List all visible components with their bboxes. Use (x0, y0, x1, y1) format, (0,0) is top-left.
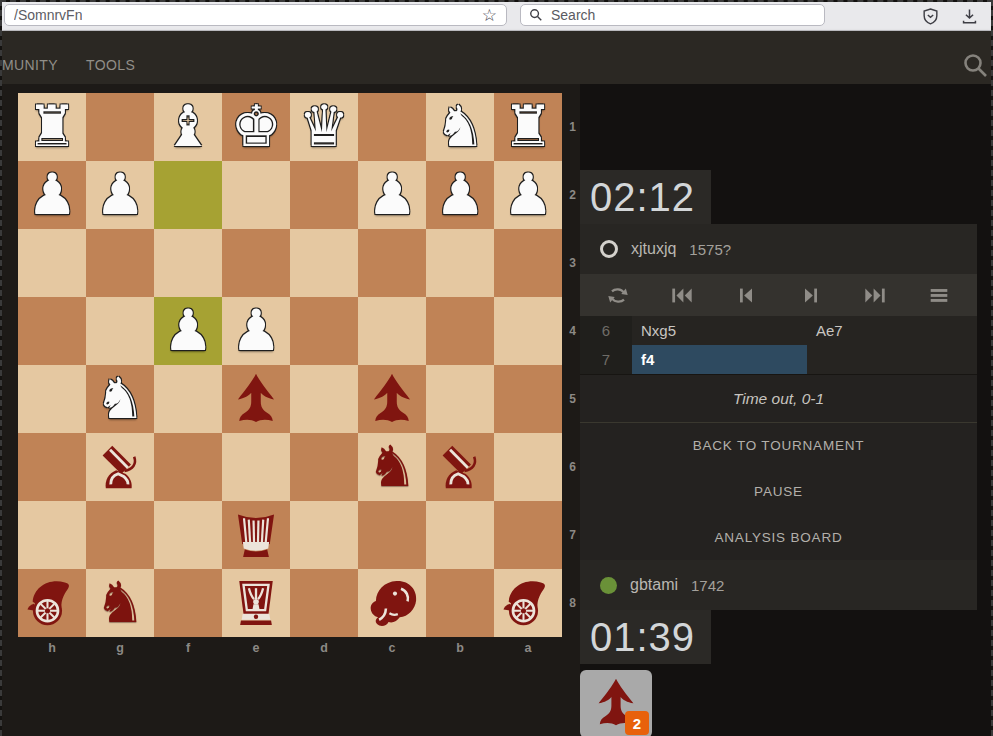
square-f1[interactable]: ♝ (154, 93, 222, 161)
back-to-tournament-button[interactable]: BACK TO TOURNAMENT (580, 423, 977, 469)
file-label-e: e (222, 640, 290, 657)
square-e1[interactable]: ♚ (222, 93, 290, 161)
url-text: /SomnrvFn (14, 7, 82, 23)
menu-icon[interactable] (927, 286, 951, 305)
nav-item-tools[interactable]: TOOLS (86, 57, 135, 73)
square-e2[interactable] (222, 161, 290, 229)
file-label-g: g (86, 640, 154, 657)
search-placeholder: Search (551, 7, 595, 23)
square-f5[interactable] (154, 365, 222, 433)
square-a8[interactable] (494, 569, 562, 637)
square-h1[interactable]: ♜ (18, 93, 86, 161)
file-label-b: b (426, 640, 494, 657)
square-f6[interactable] (154, 433, 222, 501)
move-cell-7-black (807, 345, 977, 374)
player-name-bottom[interactable]: gbtami (630, 576, 678, 594)
chess-board: ♜♝♚♛♞♜♟♟♟♟♟♟♟♞♞♞ (18, 93, 562, 637)
square-f3[interactable] (154, 229, 222, 297)
piece-red-horse[interactable]: ♞ (86, 569, 154, 636)
search-input[interactable]: Search (520, 4, 825, 26)
app-window: /SomnrvFn ☆ Search MUNITY TOOLS (0, 0, 993, 736)
site-search-icon[interactable] (961, 51, 989, 79)
step-forward-icon[interactable] (799, 286, 823, 305)
game-status: Time out, 0-1 (580, 374, 977, 422)
piece-white-pawn[interactable]: ♟ (86, 161, 154, 228)
step-back-icon[interactable] (734, 286, 758, 305)
player-color-icon-white (600, 240, 618, 258)
url-bar[interactable]: /SomnrvFn ☆ (4, 4, 507, 26)
flip-board-icon[interactable] (606, 286, 630, 305)
square-a1[interactable]: ♜ (494, 93, 562, 161)
square-d7[interactable] (290, 501, 358, 569)
file-label-h: h (18, 640, 86, 657)
square-b1[interactable]: ♞ (426, 93, 494, 161)
square-d1[interactable]: ♛ (290, 93, 358, 161)
square-a6[interactable] (494, 433, 562, 501)
square-g1[interactable] (86, 93, 154, 161)
square-a2[interactable]: ♟ (494, 161, 562, 229)
square-c7[interactable] (358, 501, 426, 569)
square-g4[interactable] (86, 297, 154, 365)
square-b2[interactable]: ♟ (426, 161, 494, 229)
piece-white-king[interactable]: ♚ (222, 93, 290, 160)
piece-red-soldier[interactable] (227, 370, 285, 428)
square-e8[interactable] (222, 569, 290, 637)
square-g5[interactable]: ♞ (86, 365, 154, 433)
site-navbar: MUNITY TOOLS (2, 31, 991, 84)
move-list: 6Nxg5Ae77f4 (580, 316, 977, 374)
square-h5[interactable] (18, 365, 86, 433)
square-g2[interactable]: ♟ (86, 161, 154, 229)
piece-white-bishop[interactable]: ♝ (154, 93, 222, 160)
square-d3[interactable] (290, 229, 358, 297)
square-a4[interactable] (494, 297, 562, 365)
square-e5[interactable] (222, 365, 290, 433)
skip-to-end-icon[interactable] (863, 286, 887, 305)
square-a7[interactable] (494, 501, 562, 569)
square-d6[interactable] (290, 433, 358, 501)
square-h8[interactable] (18, 569, 86, 637)
piece-red-advisor[interactable] (227, 506, 285, 564)
game-status-text: Time out, 0-1 (733, 390, 824, 408)
square-g3[interactable] (86, 229, 154, 297)
move-controls (580, 274, 977, 316)
square-a3[interactable] (494, 229, 562, 297)
square-e6[interactable] (222, 433, 290, 501)
square-b4[interactable] (426, 297, 494, 365)
square-f2[interactable] (154, 161, 222, 229)
move-cell-7-white[interactable]: f4 (632, 345, 807, 374)
piece-red-soldier[interactable] (363, 370, 421, 428)
clock-bottom: 01:39 (580, 610, 711, 664)
rank-label-5: 5 (564, 365, 581, 433)
square-c2[interactable]: ♟ (358, 161, 426, 229)
player-online-icon-green (600, 577, 617, 594)
square-h3[interactable] (18, 229, 86, 297)
clock-bottom-time: 01:39 (590, 615, 695, 660)
piece-red-king[interactable] (227, 574, 285, 632)
move-number: 6 (580, 316, 632, 345)
square-g7[interactable] (86, 501, 154, 569)
square-c4[interactable] (358, 297, 426, 365)
square-c5[interactable] (358, 365, 426, 433)
square-f8[interactable] (154, 569, 222, 637)
clock-top: 02:12 (580, 170, 711, 224)
player-row-bottom: gbtami 1742 (580, 560, 977, 610)
piece-white-pawn[interactable]: ♟ (358, 161, 426, 228)
square-d4[interactable] (290, 297, 358, 365)
piece-red-chariot[interactable] (23, 574, 81, 632)
pocket-soldier-tile[interactable]: 2 (580, 670, 652, 736)
square-b8[interactable] (426, 569, 494, 637)
piece-white-pawn[interactable]: ♟ (222, 297, 290, 364)
square-c1[interactable] (358, 93, 426, 161)
square-d2[interactable] (290, 161, 358, 229)
move-cell-6-white[interactable]: Nxg5 (632, 316, 807, 345)
file-label-d: d (290, 640, 358, 657)
square-g6[interactable] (86, 433, 154, 501)
piece-white-knight[interactable]: ♞ (86, 365, 154, 432)
piece-white-pawn[interactable]: ♟ (494, 161, 562, 228)
square-h6[interactable] (18, 433, 86, 501)
skip-to-start-icon[interactable] (670, 286, 694, 305)
nav-item-community[interactable]: MUNITY (2, 57, 58, 73)
move-number: 7 (580, 345, 632, 374)
square-f4[interactable]: ♟ (154, 297, 222, 365)
piece-red-chariot[interactable] (499, 574, 557, 632)
player-rating-bottom: 1742 (691, 577, 724, 594)
rank-label-3: 3 (564, 229, 581, 297)
piece-white-pawn[interactable]: ♟ (18, 161, 86, 228)
player-row-top: xjtuxjq 1575? (580, 224, 977, 274)
square-g8[interactable]: ♞ (86, 569, 154, 637)
search-icon (529, 8, 543, 22)
square-d5[interactable] (290, 365, 358, 433)
download-icon[interactable] (960, 7, 979, 26)
rank-label-7: 7 (564, 501, 581, 569)
file-label-f: f (154, 640, 222, 657)
square-e3[interactable] (222, 229, 290, 297)
shield-icon[interactable] (921, 7, 940, 26)
rank-labels: 12345678 (564, 93, 581, 637)
rank-label-8: 8 (564, 569, 581, 637)
square-h7[interactable] (18, 501, 86, 569)
square-b3[interactable] (426, 229, 494, 297)
pocket-count-badge: 2 (625, 711, 649, 735)
browser-toolbar: /SomnrvFn ☆ Search (2, 2, 991, 31)
piece-red-elephant[interactable] (363, 574, 421, 632)
piece-red-cannon[interactable] (91, 438, 149, 496)
action-buttons: BACK TO TOURNAMENT PAUSE ANALYSIS BOARD (580, 422, 977, 560)
piece-white-queen[interactable]: ♛ (290, 93, 358, 160)
square-h2[interactable]: ♟ (18, 161, 86, 229)
player-rating-top: 1575? (689, 241, 731, 258)
analysis-board-button[interactable]: ANALYSIS BOARD (580, 514, 977, 560)
square-f7[interactable] (154, 501, 222, 569)
player-name-top[interactable]: xjtuxjq (631, 240, 676, 258)
move-cell-6-black[interactable]: Ae7 (807, 316, 977, 345)
square-a5[interactable] (494, 365, 562, 433)
rank-label-2: 2 (564, 161, 581, 229)
square-b7[interactable] (426, 501, 494, 569)
piece-white-pawn[interactable]: ♟ (154, 297, 222, 364)
pause-button[interactable]: PAUSE (580, 469, 977, 515)
square-c3[interactable] (358, 229, 426, 297)
square-b6[interactable] (426, 433, 494, 501)
square-c8[interactable] (358, 569, 426, 637)
piece-white-knight[interactable]: ♞ (426, 93, 494, 160)
piece-red-cannon[interactable] (431, 438, 489, 496)
square-e4[interactable]: ♟ (222, 297, 290, 365)
rank-label-6: 6 (564, 433, 581, 501)
clock-top-time: 02:12 (590, 175, 695, 220)
piece-white-rook[interactable]: ♜ (18, 93, 86, 160)
rank-label-4: 4 (564, 297, 581, 365)
square-h4[interactable] (18, 297, 86, 365)
file-label-a: a (494, 640, 562, 657)
square-c6[interactable]: ♞ (358, 433, 426, 501)
square-e7[interactable] (222, 501, 290, 569)
toolbar-actions (921, 2, 979, 30)
square-b5[interactable] (426, 365, 494, 433)
piece-white-pawn[interactable]: ♟ (426, 161, 494, 228)
piece-white-rook[interactable]: ♜ (494, 93, 562, 160)
piece-red-horse[interactable]: ♞ (358, 433, 426, 500)
square-d8[interactable] (290, 569, 358, 637)
file-labels: hgfedcba (18, 640, 562, 657)
bookmark-star-icon[interactable]: ☆ (482, 7, 497, 24)
rank-label-1: 1 (564, 93, 581, 161)
file-label-c: c (358, 640, 426, 657)
